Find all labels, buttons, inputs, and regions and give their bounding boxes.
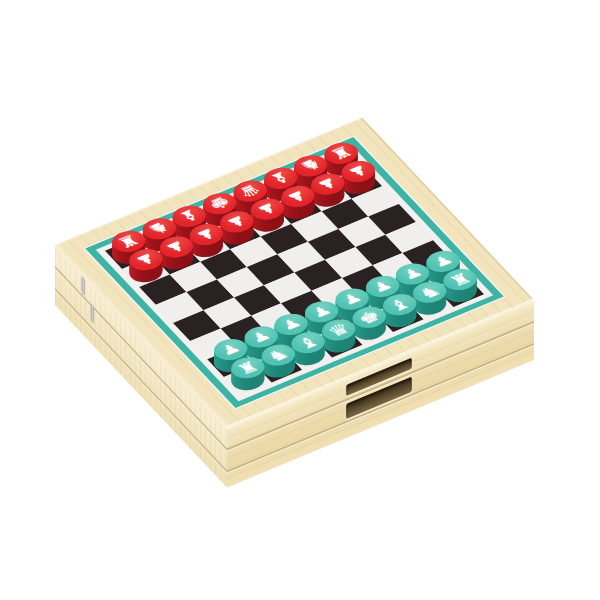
pawn-glyph: ♟ <box>224 213 250 230</box>
pawn-glyph: ♟ <box>400 265 426 282</box>
pawn-glyph: ♟ <box>309 303 335 320</box>
pawn-glyph: ♟ <box>278 316 304 333</box>
knight-glyph: ♞ <box>144 219 173 238</box>
bishop-glyph: ♝ <box>266 168 295 187</box>
product-image: ♜♞♝♛♚♝♞♜♟♟♟♟♟♟♟♟♟♟♟♟♟♟♟♟♜♞♝♚♛♝♞♜ <box>0 0 600 600</box>
pawn-glyph: ♟ <box>345 162 371 179</box>
hinge-icon <box>91 303 94 323</box>
pawn-glyph: ♟ <box>284 188 310 205</box>
bishop-glyph: ♝ <box>175 206 204 225</box>
pawn-glyph: ♟ <box>339 290 365 307</box>
knight-glyph: ♞ <box>415 282 444 301</box>
pawn-glyph: ♟ <box>132 251 158 268</box>
pawn-glyph: ♟ <box>218 341 244 358</box>
bishop-glyph: ♝ <box>294 333 323 352</box>
knight-glyph: ♞ <box>296 156 325 175</box>
hinge-icon <box>82 275 85 295</box>
rook-glyph: ♜ <box>326 143 355 162</box>
queen-glyph: ♛ <box>235 181 264 200</box>
pawn-glyph: ♟ <box>430 253 456 270</box>
queen-glyph: ♛ <box>324 320 353 339</box>
pawn-glyph: ♟ <box>248 328 274 345</box>
pawn-glyph: ♟ <box>315 175 341 192</box>
pawn-glyph: ♟ <box>193 225 219 242</box>
rook-glyph: ♜ <box>233 358 262 377</box>
pawn-glyph: ♟ <box>369 278 395 295</box>
rook-glyph: ♜ <box>114 232 143 251</box>
rook-glyph: ♜ <box>445 270 474 289</box>
pawn-glyph: ♟ <box>254 200 280 217</box>
bishop-glyph: ♝ <box>385 295 414 314</box>
king-glyph: ♚ <box>354 307 383 326</box>
pawn-glyph: ♟ <box>163 238 189 255</box>
king-glyph: ♚ <box>205 194 234 213</box>
knight-glyph: ♞ <box>263 345 292 364</box>
